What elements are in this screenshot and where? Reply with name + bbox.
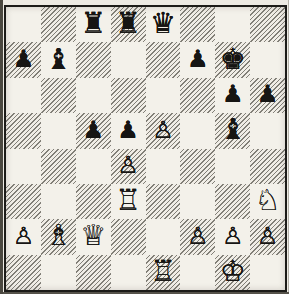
piece-black-rook-c8: ♜: [80, 9, 106, 38]
square-h7: [250, 42, 285, 77]
piece-black-bishop-b7: ♝: [45, 45, 71, 74]
square-d1: [111, 255, 146, 290]
square-a4: [6, 149, 41, 184]
square-g4: [215, 149, 250, 184]
square-c3: [76, 184, 111, 219]
square-c7: [76, 42, 111, 77]
square-g6: ♟: [215, 78, 250, 113]
square-f5: [180, 113, 215, 148]
square-g8: [215, 7, 250, 42]
square-c4: [76, 149, 111, 184]
scanned-page: ♜♜♛♟♝♟♚♟♟♟♟♙♝♙♖♘♙♗♕♙♙♙♖♔: [0, 0, 289, 294]
square-g7: ♚: [215, 42, 250, 77]
square-h6: ♟: [250, 78, 285, 113]
square-f2: ♙: [180, 219, 215, 254]
square-g2: ♙: [215, 219, 250, 254]
piece-black-queen-e8: ♛: [150, 9, 176, 38]
square-g3: [215, 184, 250, 219]
square-a8: [6, 7, 41, 42]
square-e4: [146, 149, 181, 184]
square-a7: ♟: [6, 42, 41, 77]
square-c2: ♕: [76, 219, 111, 254]
piece-black-pawn-d5: ♟: [117, 118, 139, 142]
piece-white-rook-e1: ♖: [150, 257, 176, 286]
square-c5: ♟: [76, 113, 111, 148]
square-a6: [6, 78, 41, 113]
piece-white-pawn-f2: ♙: [187, 224, 209, 248]
square-c8: ♜: [76, 7, 111, 42]
square-c6: [76, 78, 111, 113]
square-e7: [146, 42, 181, 77]
square-d3: ♖: [111, 184, 146, 219]
square-h1: [250, 255, 285, 290]
square-f1: [180, 255, 215, 290]
square-g5: ♝: [215, 113, 250, 148]
square-b5: [41, 113, 76, 148]
square-h2: ♙: [250, 219, 285, 254]
piece-white-pawn-d4: ♙: [117, 153, 139, 177]
piece-black-pawn-g6: ♟: [222, 82, 244, 106]
square-b7: ♝: [41, 42, 76, 77]
piece-white-pawn-g2: ♙: [222, 224, 244, 248]
piece-black-pawn-h6: ♟: [257, 82, 279, 106]
square-b2: ♗: [41, 219, 76, 254]
square-d5: ♟: [111, 113, 146, 148]
square-g1: ♔: [215, 255, 250, 290]
square-a5: [6, 113, 41, 148]
piece-black-pawn-c5: ♟: [82, 118, 104, 142]
piece-white-rook-d3: ♖: [115, 186, 141, 215]
square-c1: [76, 255, 111, 290]
piece-white-pawn-e5: ♙: [152, 118, 174, 142]
piece-white-queen-c2: ♕: [80, 221, 106, 250]
square-h8: [250, 7, 285, 42]
piece-black-pawn-a7: ♟: [13, 47, 35, 71]
square-a3: [6, 184, 41, 219]
square-d4: ♙: [111, 149, 146, 184]
piece-black-king-g7: ♚: [220, 45, 246, 74]
square-d6: [111, 78, 146, 113]
piece-white-knight-h3: ♘: [255, 186, 281, 215]
square-b4: [41, 149, 76, 184]
square-f8: [180, 7, 215, 42]
square-e6: [146, 78, 181, 113]
square-d2: [111, 219, 146, 254]
square-f7: ♟: [180, 42, 215, 77]
square-b8: [41, 7, 76, 42]
square-h5: [250, 113, 285, 148]
piece-white-pawn-h2: ♙: [257, 224, 279, 248]
chess-board: ♜♜♛♟♝♟♚♟♟♟♟♙♝♙♖♘♙♗♕♙♙♙♖♔: [4, 5, 287, 292]
square-b1: [41, 255, 76, 290]
square-d7: [111, 42, 146, 77]
square-a1: [6, 255, 41, 290]
square-f3: [180, 184, 215, 219]
square-e8: ♛: [146, 7, 181, 42]
square-e1: ♖: [146, 255, 181, 290]
square-h4: [250, 149, 285, 184]
square-h3: ♘: [250, 184, 285, 219]
piece-white-king-g1: ♔: [220, 257, 246, 286]
square-a2: ♙: [6, 219, 41, 254]
square-d8: ♜: [111, 7, 146, 42]
square-e2: [146, 219, 181, 254]
piece-white-bishop-b2: ♗: [45, 221, 71, 250]
square-f6: [180, 78, 215, 113]
square-b3: [41, 184, 76, 219]
square-f4: [180, 149, 215, 184]
piece-black-bishop-g5: ♝: [220, 115, 246, 144]
square-e3: [146, 184, 181, 219]
square-e5: ♙: [146, 113, 181, 148]
piece-black-pawn-f7: ♟: [187, 47, 209, 71]
piece-black-rook-d8: ♜: [115, 9, 141, 38]
piece-white-pawn-a2: ♙: [13, 224, 35, 248]
square-b6: [41, 78, 76, 113]
